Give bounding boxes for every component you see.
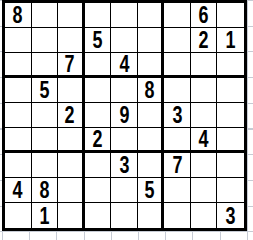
cell-r4c1[interactable]: [5, 78, 32, 103]
cell-r4c6[interactable]: 8: [138, 78, 165, 103]
cell-r6c8[interactable]: 4: [191, 128, 218, 153]
cell-r3c8[interactable]: [191, 53, 218, 78]
given-digit: 7: [172, 153, 182, 177]
cell-r5c9[interactable]: [217, 103, 244, 128]
given-digit: 9: [119, 103, 129, 127]
cell-r1c7[interactable]: [164, 3, 191, 28]
given-digit: 7: [65, 53, 75, 76]
cell-r8c5[interactable]: [111, 178, 138, 203]
given-digit: 8: [13, 3, 23, 27]
cell-r2c7[interactable]: [164, 28, 191, 53]
cell-r2c5[interactable]: [111, 28, 138, 53]
cell-r3c9[interactable]: [217, 53, 244, 78]
cell-r6c1[interactable]: [5, 128, 32, 153]
cell-r3c4[interactable]: [85, 53, 112, 78]
cell-r1c3[interactable]: [58, 3, 85, 28]
cell-r8c3[interactable]: [58, 178, 85, 203]
cell-r5c2[interactable]: [32, 103, 59, 128]
cell-r6c4[interactable]: 2: [85, 128, 112, 153]
given-digit: 6: [199, 3, 209, 27]
cell-r2c8[interactable]: 2: [191, 28, 218, 53]
cell-r7c1[interactable]: [5, 153, 32, 178]
cell-r4c3[interactable]: [58, 78, 85, 103]
cell-r4c5[interactable]: [111, 78, 138, 103]
cell-r9c6[interactable]: [138, 203, 165, 228]
given-digit: 3: [172, 103, 182, 127]
cell-r9c9[interactable]: 3: [217, 203, 244, 228]
cell-r1c4[interactable]: [85, 3, 112, 28]
cell-r4c8[interactable]: [191, 78, 218, 103]
cell-r2c1[interactable]: [5, 28, 32, 53]
cell-r6c7[interactable]: [164, 128, 191, 153]
cell-r5c8[interactable]: [191, 103, 218, 128]
cell-r6c5[interactable]: [111, 128, 138, 153]
cell-r7c5[interactable]: 3: [111, 153, 138, 178]
given-digit: 4: [119, 53, 129, 76]
cell-r5c4[interactable]: [85, 103, 112, 128]
given-digit: 5: [145, 178, 155, 202]
cell-r9c7[interactable]: [164, 203, 191, 228]
given-digit: 1: [39, 204, 49, 228]
cell-r9c4[interactable]: [85, 203, 112, 228]
cell-r5c5[interactable]: 9: [111, 103, 138, 128]
given-digit: 3: [226, 204, 236, 228]
cell-r9c3[interactable]: [58, 203, 85, 228]
cell-r7c9[interactable]: [217, 153, 244, 178]
cell-r1c8[interactable]: 6: [191, 3, 218, 28]
cell-r7c4[interactable]: [85, 153, 112, 178]
given-digit: 8: [145, 78, 155, 102]
cell-r5c3[interactable]: 2: [58, 103, 85, 128]
cell-r7c6[interactable]: [138, 153, 165, 178]
cell-r2c9[interactable]: 1: [217, 28, 244, 53]
given-digit: 2: [92, 128, 102, 151]
cell-r6c6[interactable]: [138, 128, 165, 153]
cell-r1c9[interactable]: [217, 3, 244, 28]
cell-r3c7[interactable]: [164, 53, 191, 78]
cell-r9c8[interactable]: [191, 203, 218, 228]
given-digit: 4: [13, 178, 23, 202]
given-digit: 5: [39, 78, 49, 102]
cell-r5c6[interactable]: [138, 103, 165, 128]
cell-r1c6[interactable]: [138, 3, 165, 28]
sudoku-screenshot: 865217458293243748513: [0, 0, 253, 240]
cell-r9c5[interactable]: [111, 203, 138, 228]
cell-r8c4[interactable]: [85, 178, 112, 203]
cell-r9c1[interactable]: [5, 203, 32, 228]
cell-r8c9[interactable]: [217, 178, 244, 203]
cell-r7c7[interactable]: 7: [164, 153, 191, 178]
cell-r4c4[interactable]: [85, 78, 112, 103]
given-digit: 4: [199, 128, 209, 151]
cell-r2c6[interactable]: [138, 28, 165, 53]
given-digit: 2: [199, 28, 209, 52]
sudoku-board: 865217458293243748513: [2, 0, 247, 231]
cell-r1c2[interactable]: [32, 3, 59, 28]
cell-r2c3[interactable]: [58, 28, 85, 53]
cell-r2c2[interactable]: [32, 28, 59, 53]
given-digit: 3: [119, 153, 129, 177]
cell-r7c8[interactable]: [191, 153, 218, 178]
cell-r8c1[interactable]: 4: [5, 178, 32, 203]
cell-r3c6[interactable]: [138, 53, 165, 78]
cell-r9c2[interactable]: 1: [32, 203, 59, 228]
given-digit: 1: [226, 28, 236, 52]
cell-r5c1[interactable]: [5, 103, 32, 128]
cell-r2c4[interactable]: 5: [85, 28, 112, 53]
cell-r3c2[interactable]: [32, 53, 59, 78]
cell-r8c8[interactable]: [191, 178, 218, 203]
cell-r3c3[interactable]: 7: [58, 53, 85, 78]
cell-r8c2[interactable]: 8: [32, 178, 59, 203]
cell-r4c2[interactable]: 5: [32, 78, 59, 103]
cell-r1c5[interactable]: [111, 3, 138, 28]
cell-r6c3[interactable]: [58, 128, 85, 153]
given-digit: 8: [39, 178, 49, 202]
cell-r6c2[interactable]: [32, 128, 59, 153]
cell-r6c9[interactable]: [217, 128, 244, 153]
cell-r1c1[interactable]: 8: [5, 3, 32, 28]
cell-r8c6[interactable]: 5: [138, 178, 165, 203]
cell-r3c5[interactable]: 4: [111, 53, 138, 78]
given-digit: 2: [65, 103, 75, 127]
cell-r7c3[interactable]: [58, 153, 85, 178]
cell-r4c7[interactable]: [164, 78, 191, 103]
cell-r5c7[interactable]: 3: [164, 103, 191, 128]
cell-r4c9[interactable]: [217, 78, 244, 103]
cell-r7c2[interactable]: [32, 153, 59, 178]
cell-r8c7[interactable]: [164, 178, 191, 203]
cell-r3c1[interactable]: [5, 53, 32, 78]
given-digit: 5: [92, 28, 102, 52]
